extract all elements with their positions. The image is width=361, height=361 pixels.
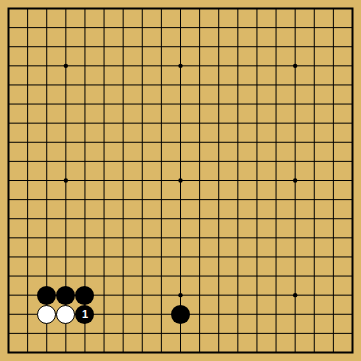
- white-stone[interactable]: [37, 305, 56, 324]
- board-point[interactable]: [56, 305, 75, 324]
- black-stone[interactable]: [75, 286, 94, 305]
- move-label: 1: [82, 309, 88, 320]
- black-stone[interactable]: 1: [75, 305, 94, 324]
- board-point[interactable]: [171, 305, 190, 324]
- black-stone[interactable]: [56, 286, 75, 305]
- board-point[interactable]: [37, 286, 56, 305]
- board-point[interactable]: [56, 286, 75, 305]
- black-stone[interactable]: [171, 305, 190, 324]
- black-stone[interactable]: [37, 286, 56, 305]
- board-point[interactable]: 1: [75, 305, 94, 324]
- stones-layer: 1: [0, 0, 361, 361]
- white-stone[interactable]: [56, 305, 75, 324]
- board-point[interactable]: [75, 286, 94, 305]
- go-board[interactable]: 1: [0, 0, 361, 361]
- board-point[interactable]: [37, 305, 56, 324]
